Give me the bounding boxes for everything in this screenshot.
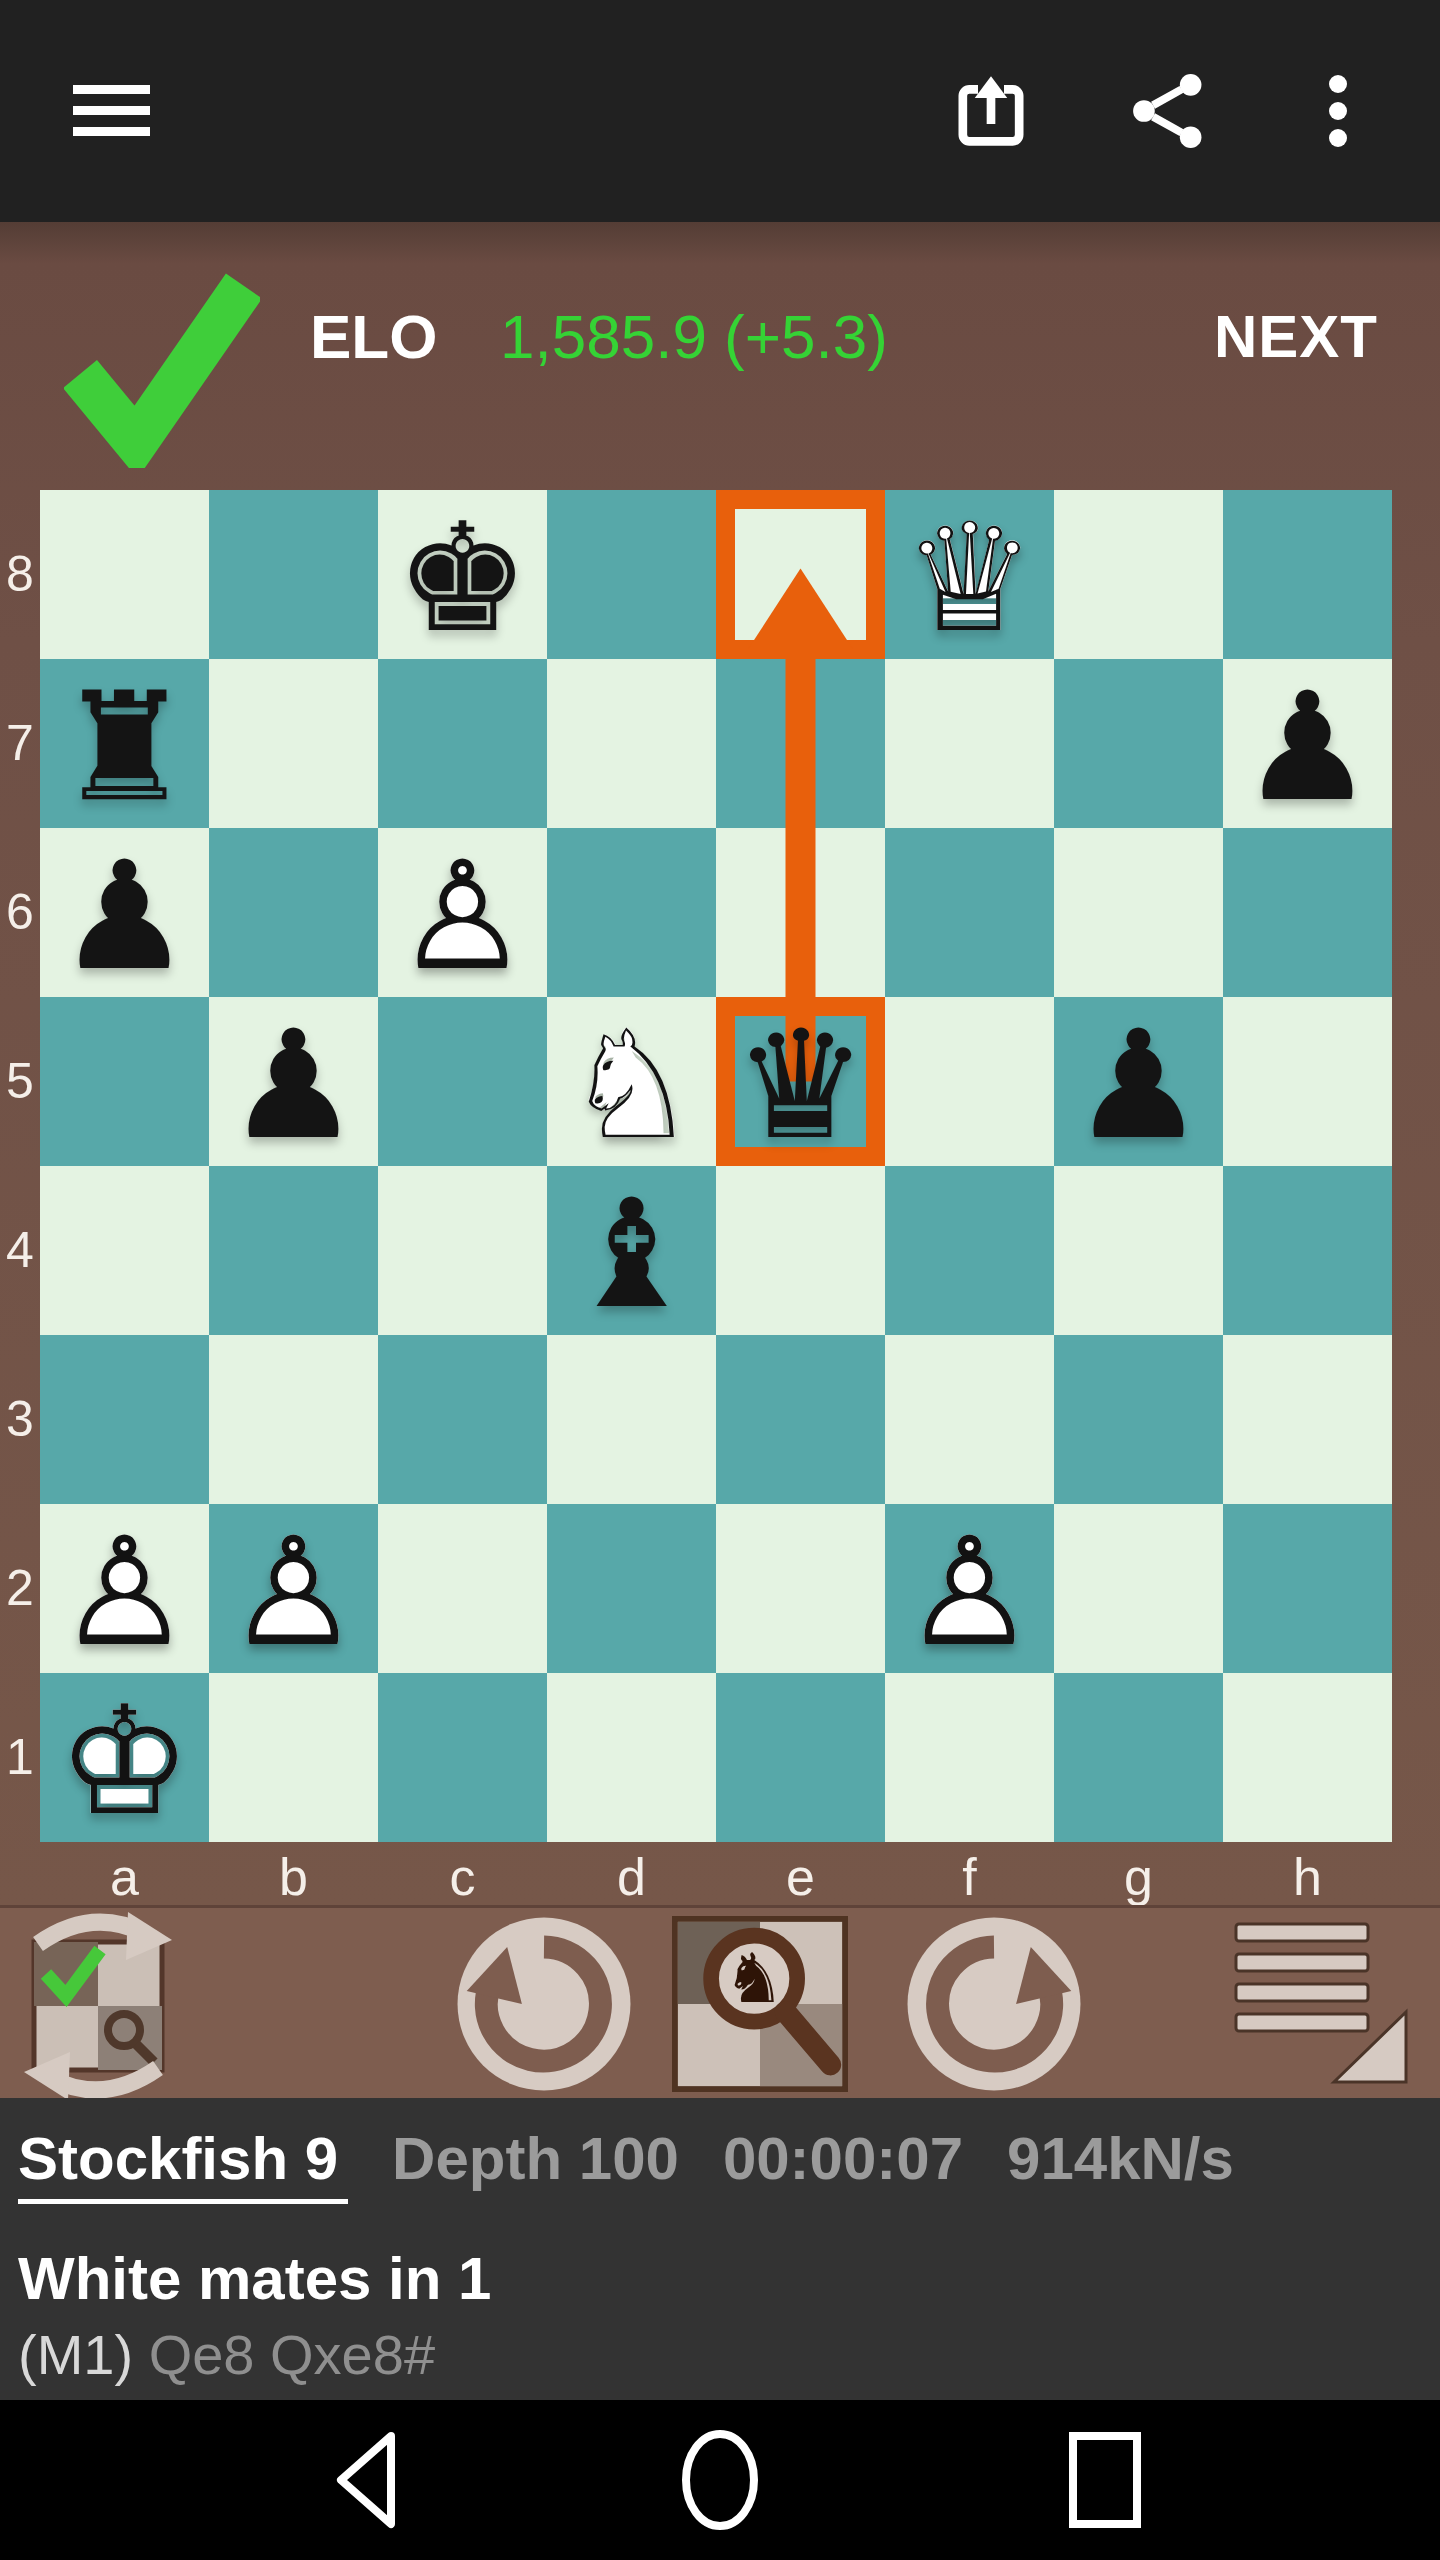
piece-white-pawn-b2[interactable]: ♟♙ — [209, 1504, 378, 1673]
puzzle-area: ELO 1,585.9 (+5.3) NEXT ♚♛♕♜♟♟♟♙♟♞♘♛♟♝♟♙… — [0, 222, 1440, 1905]
file-label-b: b — [209, 1842, 378, 1912]
piece-black-king-c8[interactable]: ♚ — [378, 490, 547, 659]
recents-icon[interactable] — [1063, 2428, 1147, 2532]
square-b4[interactable] — [209, 1166, 378, 1335]
new-puzzle-icon[interactable] — [12, 1910, 184, 2100]
square-c1[interactable] — [378, 1673, 547, 1842]
square-d6[interactable] — [547, 828, 716, 997]
engine-name[interactable]: Stockfish 9 — [18, 2124, 348, 2204]
piece-white-pawn-c6[interactable]: ♟♙ — [378, 828, 547, 997]
piece-white-king-a1[interactable]: ♚♔ — [40, 1673, 209, 1842]
engine-speed: 914kN/s — [1007, 2124, 1234, 2193]
rank-label-8: 8 — [0, 490, 40, 659]
square-c3[interactable] — [378, 1335, 547, 1504]
square-d3[interactable] — [547, 1335, 716, 1504]
square-b3[interactable] — [209, 1335, 378, 1504]
home-icon[interactable] — [678, 2428, 762, 2532]
overflow-icon[interactable] — [1326, 72, 1350, 150]
square-e1[interactable] — [716, 1673, 885, 1842]
square-b6[interactable] — [209, 828, 378, 997]
menu-icon[interactable] — [73, 85, 150, 136]
toolbar: ♞ — [0, 1905, 1440, 2098]
green-check-icon — [64, 258, 260, 468]
square-g6[interactable] — [1054, 828, 1223, 997]
square-g8[interactable] — [1054, 490, 1223, 659]
engine-panel: Stockfish 9 Depth 100 00:00:07 914kN/s W… — [0, 2098, 1440, 2400]
analysis-icon[interactable]: ♞ — [672, 1916, 848, 2092]
square-f4[interactable] — [885, 1166, 1054, 1335]
square-d2[interactable] — [547, 1504, 716, 1673]
next-button[interactable]: NEXT — [1214, 304, 1378, 370]
square-f7[interactable] — [885, 659, 1054, 828]
rank-label-2: 2 — [0, 1504, 40, 1673]
square-e8[interactable] — [716, 490, 885, 659]
square-g7[interactable] — [1054, 659, 1223, 828]
rank-label-7: 7 — [0, 659, 40, 828]
square-g3[interactable] — [1054, 1335, 1223, 1504]
square-h4[interactable] — [1223, 1166, 1392, 1335]
undo-icon[interactable] — [452, 1912, 636, 2096]
file-label-g: g — [1054, 1842, 1223, 1912]
square-h1[interactable] — [1223, 1673, 1392, 1842]
engine-depth: Depth 100 — [392, 2124, 679, 2193]
elo-label: ELO — [310, 304, 437, 370]
square-f3[interactable] — [885, 1335, 1054, 1504]
engine-line-label: (M1) — [18, 2323, 133, 2386]
engine-evaluation: White mates in 1 — [18, 2244, 491, 2313]
square-c7[interactable] — [378, 659, 547, 828]
square-h3[interactable] — [1223, 1335, 1392, 1504]
svg-text:♞: ♞ — [723, 1938, 784, 2018]
square-g1[interactable] — [1054, 1673, 1223, 1842]
square-a5[interactable] — [40, 997, 209, 1166]
move-list-icon[interactable] — [1234, 1918, 1414, 2090]
engine-info-line: Stockfish 9 Depth 100 00:00:07 914kN/s — [18, 2124, 1234, 2204]
file-label-e: e — [716, 1842, 885, 1912]
rank-label-5: 5 — [0, 997, 40, 1166]
square-f1[interactable] — [885, 1673, 1054, 1842]
square-b1[interactable] — [209, 1673, 378, 1842]
piece-white-queen-f8[interactable]: ♛♕ — [885, 490, 1054, 659]
piece-black-bishop-d4[interactable]: ♝ — [547, 1166, 716, 1335]
chess-app-screen: ELO 1,585.9 (+5.3) NEXT ♚♛♕♜♟♟♟♙♟♞♘♛♟♝♟♙… — [0, 0, 1440, 2560]
share-icon[interactable] — [1128, 70, 1210, 152]
square-h6[interactable] — [1223, 828, 1392, 997]
file-label-c: c — [378, 1842, 547, 1912]
rank-label-1: 1 — [0, 1673, 40, 1842]
piece-white-pawn-f2[interactable]: ♟♙ — [885, 1504, 1054, 1673]
piece-black-pawn-b5[interactable]: ♟ — [209, 997, 378, 1166]
android-nav-bar — [0, 2400, 1440, 2560]
file-label-d: d — [547, 1842, 716, 1912]
rank-label-3: 3 — [0, 1335, 40, 1504]
square-e4[interactable] — [716, 1166, 885, 1335]
square-h8[interactable] — [1223, 490, 1392, 659]
square-d7[interactable] — [547, 659, 716, 828]
square-g4[interactable] — [1054, 1166, 1223, 1335]
elo-value: 1,585.9 (+5.3) — [500, 304, 888, 370]
square-d8[interactable] — [547, 490, 716, 659]
square-f6[interactable] — [885, 828, 1054, 997]
file-label-a: a — [40, 1842, 209, 1912]
piece-black-pawn-h7[interactable]: ♟ — [1223, 659, 1392, 828]
square-f5[interactable] — [885, 997, 1054, 1166]
square-a3[interactable] — [40, 1335, 209, 1504]
export-icon[interactable] — [952, 72, 1030, 150]
file-labels: abcdefgh — [40, 1842, 1392, 1905]
square-e2[interactable] — [716, 1504, 885, 1673]
square-c4[interactable] — [378, 1166, 547, 1335]
rank-label-4: 4 — [0, 1166, 40, 1335]
square-e6[interactable] — [716, 828, 885, 997]
piece-black-rook-a7[interactable]: ♜ — [40, 659, 209, 828]
engine-line-moves: Qe8 Qxe8# — [149, 2323, 435, 2386]
square-a8[interactable] — [40, 490, 209, 659]
square-g2[interactable] — [1054, 1504, 1223, 1673]
square-e3[interactable] — [716, 1335, 885, 1504]
file-label-h: h — [1223, 1842, 1392, 1912]
engine-time: 00:00:07 — [723, 2124, 963, 2193]
redo-icon[interactable] — [902, 1912, 1086, 2096]
back-icon[interactable] — [327, 2428, 407, 2532]
square-c2[interactable] — [378, 1504, 547, 1673]
square-c5[interactable] — [378, 997, 547, 1166]
file-label-f: f — [885, 1842, 1054, 1912]
square-e7[interactable] — [716, 659, 885, 828]
piece-white-knight-d5[interactable]: ♞♘ — [547, 997, 716, 1166]
app-bar — [0, 0, 1440, 222]
rank-label-6: 6 — [0, 828, 40, 997]
square-b7[interactable] — [209, 659, 378, 828]
square-d1[interactable] — [547, 1673, 716, 1842]
piece-black-pawn-a6[interactable]: ♟ — [40, 828, 209, 997]
piece-white-pawn-a2[interactable]: ♟♙ — [40, 1504, 209, 1673]
piece-black-pawn-g5[interactable]: ♟ — [1054, 997, 1223, 1166]
square-a4[interactable] — [40, 1166, 209, 1335]
engine-line: (M1) Qe8 Qxe8# — [18, 2322, 435, 2387]
square-h5[interactable] — [1223, 997, 1392, 1166]
square-h2[interactable] — [1223, 1504, 1392, 1673]
square-b8[interactable] — [209, 490, 378, 659]
piece-black-queen-e5[interactable]: ♛ — [716, 997, 885, 1166]
